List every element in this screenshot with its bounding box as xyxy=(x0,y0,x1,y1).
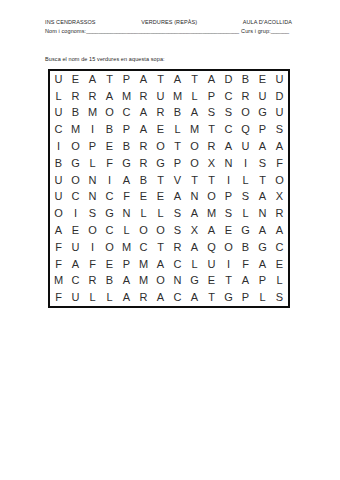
grid-cell-r10c7: O xyxy=(152,222,169,239)
grid-cell-r11c1: F xyxy=(50,239,67,256)
grid-cell-r10c10: A xyxy=(203,222,220,239)
grid-cell-r3c2: B xyxy=(67,105,84,122)
grid-cell-r7c11: I xyxy=(220,172,237,189)
grid-cell-r11c11: O xyxy=(220,239,237,256)
grid-cell-r5c9: O xyxy=(186,138,203,155)
grid-cell-r12c4: E xyxy=(101,256,118,273)
grid-cell-r12c7: A xyxy=(152,256,169,273)
grid-cell-r13c8: N xyxy=(169,272,186,289)
grid-cell-r5c8: T xyxy=(169,138,186,155)
grid-cell-r11c14: C xyxy=(271,239,288,256)
grid-cell-r11c9: A xyxy=(186,239,203,256)
grid-cell-r1c5: P xyxy=(118,71,135,88)
grid-cell-r6c6: R xyxy=(135,155,152,172)
grid-cell-r11c5: M xyxy=(118,239,135,256)
grid-cell-r2c10: P xyxy=(203,88,220,105)
grid-cell-r7c1: U xyxy=(50,172,67,189)
grid-cell-r12c6: M xyxy=(135,256,152,273)
grid-cell-r14c9: A xyxy=(186,289,203,306)
grid-cell-r5c13: A xyxy=(254,138,271,155)
grid-cell-r2c14: D xyxy=(271,88,288,105)
grid-cell-r13c13: P xyxy=(254,272,271,289)
grid-cell-r3c8: B xyxy=(169,105,186,122)
name-label: Nom i cognoms: xyxy=(45,28,86,34)
grid-cell-r14c2: U xyxy=(67,289,84,306)
grid-cell-r6c7: G xyxy=(152,155,169,172)
grid-cell-r2c1: L xyxy=(50,88,67,105)
school-name: INS CENDRASSOS xyxy=(45,19,96,25)
grid-cell-r5c6: R xyxy=(135,138,152,155)
grid-cell-r3c9: A xyxy=(186,105,203,122)
grid-cell-r8c11: P xyxy=(220,189,237,206)
grid-cell-r1c1: U xyxy=(50,71,67,88)
grid-cell-r12c3: F xyxy=(84,256,101,273)
grid-cell-r9c2: I xyxy=(67,205,84,222)
grid-cell-r4c10: T xyxy=(203,121,220,138)
grid-cell-r13c6: M xyxy=(135,272,152,289)
grid-cell-r2c9: L xyxy=(186,88,203,105)
grid-cell-r2c12: R xyxy=(237,88,254,105)
wordsearch-grid: UEATPATATADBEULRRAMRUMLPCRUDUBMOCARBASSO… xyxy=(48,69,290,308)
grid-cell-r6c9: O xyxy=(186,155,203,172)
grid-cell-r11c6: C xyxy=(135,239,152,256)
grid-cell-r2c6: R xyxy=(135,88,152,105)
grid-cell-r13c11: T xyxy=(220,272,237,289)
grid-cell-r3c7: R xyxy=(152,105,169,122)
grid-cell-r1c12: B xyxy=(237,71,254,88)
grid-cell-r6c8: P xyxy=(169,155,186,172)
grid-cell-r4c9: M xyxy=(186,121,203,138)
grid-cell-r7c9: T xyxy=(186,172,203,189)
course-blank-line: ______ xyxy=(271,28,289,34)
grid-cell-r10c2: E xyxy=(67,222,84,239)
grid-cell-r4c11: C xyxy=(220,121,237,138)
grid-cell-r1c9: T xyxy=(186,71,203,88)
grid-cell-r9c4: G xyxy=(101,205,118,222)
grid-cell-r13c1: M xyxy=(50,272,67,289)
grid-cell-r4c7: E xyxy=(152,121,169,138)
grid-cell-r9c1: O xyxy=(50,205,67,222)
grid-cell-r10c6: O xyxy=(135,222,152,239)
grid-cell-r3c10: S xyxy=(203,105,220,122)
grid-cell-r13c2: C xyxy=(67,272,84,289)
grid-cell-r10c8: S xyxy=(169,222,186,239)
grid-cell-r10c4: C xyxy=(101,222,118,239)
grid-cell-r14c11: G xyxy=(220,289,237,306)
grid-cell-r4c2: M xyxy=(67,121,84,138)
grid-cell-r5c14: A xyxy=(271,138,288,155)
grid-cell-r6c11: N xyxy=(220,155,237,172)
grid-cell-r2c11: C xyxy=(220,88,237,105)
grid-cell-r8c5: F xyxy=(118,189,135,206)
grid-cell-r13c7: O xyxy=(152,272,169,289)
worksheet-page: INS CENDRASSOS VERDURES (REPÀS) AULA D'A… xyxy=(0,0,340,480)
grid-cell-r8c8: A xyxy=(169,189,186,206)
header: INS CENDRASSOS VERDURES (REPÀS) AULA D'A… xyxy=(45,19,292,25)
grid-cell-r5c2: O xyxy=(67,138,84,155)
grid-cell-r12c8: C xyxy=(169,256,186,273)
grid-cell-r9c8: S xyxy=(169,205,186,222)
grid-cell-r13c4: B xyxy=(101,272,118,289)
grid-cell-r10c9: X xyxy=(186,222,203,239)
grid-cell-r2c4: A xyxy=(101,88,118,105)
grid-cell-r10c13: A xyxy=(254,222,271,239)
grid-cell-r1c10: A xyxy=(203,71,220,88)
grid-cell-r2c2: R xyxy=(67,88,84,105)
grid-cell-r2c5: M xyxy=(118,88,135,105)
grid-cell-r11c8: R xyxy=(169,239,186,256)
grid-cell-r8c12: S xyxy=(237,189,254,206)
grid-cell-r5c3: P xyxy=(84,138,101,155)
grid-cell-r6c1: B xyxy=(50,155,67,172)
grid-cell-r11c2: U xyxy=(67,239,84,256)
grid-cell-r12c11: I xyxy=(220,256,237,273)
grid-cell-r7c3: N xyxy=(84,172,101,189)
grid-cell-r4c3: I xyxy=(84,121,101,138)
grid-cell-r8c10: O xyxy=(203,189,220,206)
grid-cell-r6c3: L xyxy=(84,155,101,172)
grid-cell-r11c10: Q xyxy=(203,239,220,256)
course-label: Curs i grup: xyxy=(241,28,271,34)
grid-cell-r4c1: C xyxy=(50,121,67,138)
grid-cell-r14c4: L xyxy=(101,289,118,306)
grid-cell-r14c1: F xyxy=(50,289,67,306)
grid-cell-r5c1: I xyxy=(50,138,67,155)
grid-cell-r6c2: G xyxy=(67,155,84,172)
grid-cell-r9c12: L xyxy=(237,205,254,222)
grid-cell-r6c10: X xyxy=(203,155,220,172)
grid-cell-r3c11: S xyxy=(220,105,237,122)
grid-cell-r6c4: F xyxy=(101,155,118,172)
grid-cell-r14c6: R xyxy=(135,289,152,306)
grid-cell-r12c9: L xyxy=(186,256,203,273)
grid-cell-r3c4: O xyxy=(101,105,118,122)
grid-cell-r7c4: I xyxy=(101,172,118,189)
grid-cell-r6c5: G xyxy=(118,155,135,172)
grid-cell-r12c12: F xyxy=(237,256,254,273)
name-blank-line: ________________________________________… xyxy=(86,28,239,34)
grid-cell-r6c13: S xyxy=(254,155,271,172)
grid-cell-r4c4: B xyxy=(101,121,118,138)
grid-cell-r3c1: U xyxy=(50,105,67,122)
grid-cell-r10c1: A xyxy=(50,222,67,239)
grid-cell-r3c12: O xyxy=(237,105,254,122)
grid-cell-r14c8: C xyxy=(169,289,186,306)
grid-cell-r9c3: S xyxy=(84,205,101,222)
grid-cell-r1c6: A xyxy=(135,71,152,88)
grid-cell-r2c13: U xyxy=(254,88,271,105)
grid-cell-r5c12: U xyxy=(237,138,254,155)
grid-cell-r4c13: P xyxy=(254,121,271,138)
grid-cell-r12c5: P xyxy=(118,256,135,273)
grid-cell-r13c10: E xyxy=(203,272,220,289)
grid-cell-r1c14: U xyxy=(271,71,288,88)
grid-cell-r9c9: A xyxy=(186,205,203,222)
grid-cell-r3c5: C xyxy=(118,105,135,122)
grid-cell-r10c11: E xyxy=(220,222,237,239)
grid-cell-r8c4: C xyxy=(101,189,118,206)
grid-cell-r8c2: C xyxy=(67,189,84,206)
grid-cell-r11c4: O xyxy=(101,239,118,256)
grid-cell-r6c12: I xyxy=(237,155,254,172)
grid-cell-r7c5: A xyxy=(118,172,135,189)
grid-cell-r9c13: N xyxy=(254,205,271,222)
classroom-name: AULA D'ACOLLIDA xyxy=(243,19,292,25)
grid-cell-r9c6: L xyxy=(135,205,152,222)
grid-cell-r14c5: A xyxy=(118,289,135,306)
grid-cell-r1c11: D xyxy=(220,71,237,88)
grid-cell-r7c10: T xyxy=(203,172,220,189)
grid-cell-r10c3: O xyxy=(84,222,101,239)
grid-cell-r12c14: E xyxy=(271,256,288,273)
grid-cell-r3c3: M xyxy=(84,105,101,122)
grid-cell-r14c13: L xyxy=(254,289,271,306)
grid-cell-r4c12: Q xyxy=(237,121,254,138)
grid-cell-r4c8: L xyxy=(169,121,186,138)
grid-cell-r5c10: R xyxy=(203,138,220,155)
grid-cell-r1c2: E xyxy=(67,71,84,88)
grid-cell-r1c13: E xyxy=(254,71,271,88)
grid-cell-r7c6: B xyxy=(135,172,152,189)
grid-cell-r10c5: L xyxy=(118,222,135,239)
grid-cell-r8c1: U xyxy=(50,189,67,206)
grid-cell-r4c6: A xyxy=(135,121,152,138)
grid-cell-r3c13: G xyxy=(254,105,271,122)
grid-cell-r14c14: S xyxy=(271,289,288,306)
grid-cell-r3c14: U xyxy=(271,105,288,122)
grid-cell-r2c8: M xyxy=(169,88,186,105)
grid-cell-r6c14: F xyxy=(271,155,288,172)
grid-cell-r11c7: T xyxy=(152,239,169,256)
grid-cell-r13c12: A xyxy=(237,272,254,289)
grid-cell-r8c13: A xyxy=(254,189,271,206)
grid-cell-r1c7: T xyxy=(152,71,169,88)
grid-cell-r9c7: L xyxy=(152,205,169,222)
grid-cell-r9c10: M xyxy=(203,205,220,222)
grid-cell-r11c13: G xyxy=(254,239,271,256)
grid-cell-r13c9: G xyxy=(186,272,203,289)
grid-cell-r8c6: E xyxy=(135,189,152,206)
grid-cell-r14c12: P xyxy=(237,289,254,306)
grid-cell-r1c8: A xyxy=(169,71,186,88)
grid-cell-r7c13: T xyxy=(254,172,271,189)
instruction-text: Busca el nom de 15 verdures en aquesta s… xyxy=(45,56,165,62)
grid-cell-r12c10: U xyxy=(203,256,220,273)
grid-cell-r9c11: S xyxy=(220,205,237,222)
grid-cell-r11c12: B xyxy=(237,239,254,256)
grid-cell-r4c5: P xyxy=(118,121,135,138)
grid-cell-r5c5: B xyxy=(118,138,135,155)
grid-cell-r2c3: R xyxy=(84,88,101,105)
grid-cell-r8c7: E xyxy=(152,189,169,206)
name-course-line: Nom i cognoms:__________________________… xyxy=(45,28,292,34)
grid-cell-r12c1: F xyxy=(50,256,67,273)
grid-cell-r14c3: L xyxy=(84,289,101,306)
grid-cell-r12c2: A xyxy=(67,256,84,273)
grid-cell-r4c14: S xyxy=(271,121,288,138)
grid-cell-r1c3: A xyxy=(84,71,101,88)
grid-cell-r7c12: L xyxy=(237,172,254,189)
grid-cell-r3c6: A xyxy=(135,105,152,122)
grid-cell-r8c14: X xyxy=(271,189,288,206)
grid-cell-r14c7: A xyxy=(152,289,169,306)
grid-cell-r8c9: N xyxy=(186,189,203,206)
worksheet-title: VERDURES (REPÀS) xyxy=(141,19,197,25)
grid-cell-r1c4: T xyxy=(101,71,118,88)
grid-cell-r8c3: N xyxy=(84,189,101,206)
grid-cell-r5c7: O xyxy=(152,138,169,155)
grid-cell-r13c3: R xyxy=(84,272,101,289)
grid-cell-r2c7: U xyxy=(152,88,169,105)
grid-cell-r9c14: R xyxy=(271,205,288,222)
grid-cell-r7c14: O xyxy=(271,172,288,189)
grid-cell-r7c7: T xyxy=(152,172,169,189)
grid-cell-r7c8: V xyxy=(169,172,186,189)
grid-cell-r11c3: I xyxy=(84,239,101,256)
grid-cell-r13c5: A xyxy=(118,272,135,289)
grid-cell-r14c10: T xyxy=(203,289,220,306)
grid-cell-r5c4: E xyxy=(101,138,118,155)
grid-cell-r12c13: A xyxy=(254,256,271,273)
grid-cell-r10c14: A xyxy=(271,222,288,239)
grid-cell-r5c11: A xyxy=(220,138,237,155)
grid-cell-r13c14: L xyxy=(271,272,288,289)
grid-cell-r7c2: O xyxy=(67,172,84,189)
grid-cell-r9c5: N xyxy=(118,205,135,222)
grid-cell-r10c12: G xyxy=(237,222,254,239)
